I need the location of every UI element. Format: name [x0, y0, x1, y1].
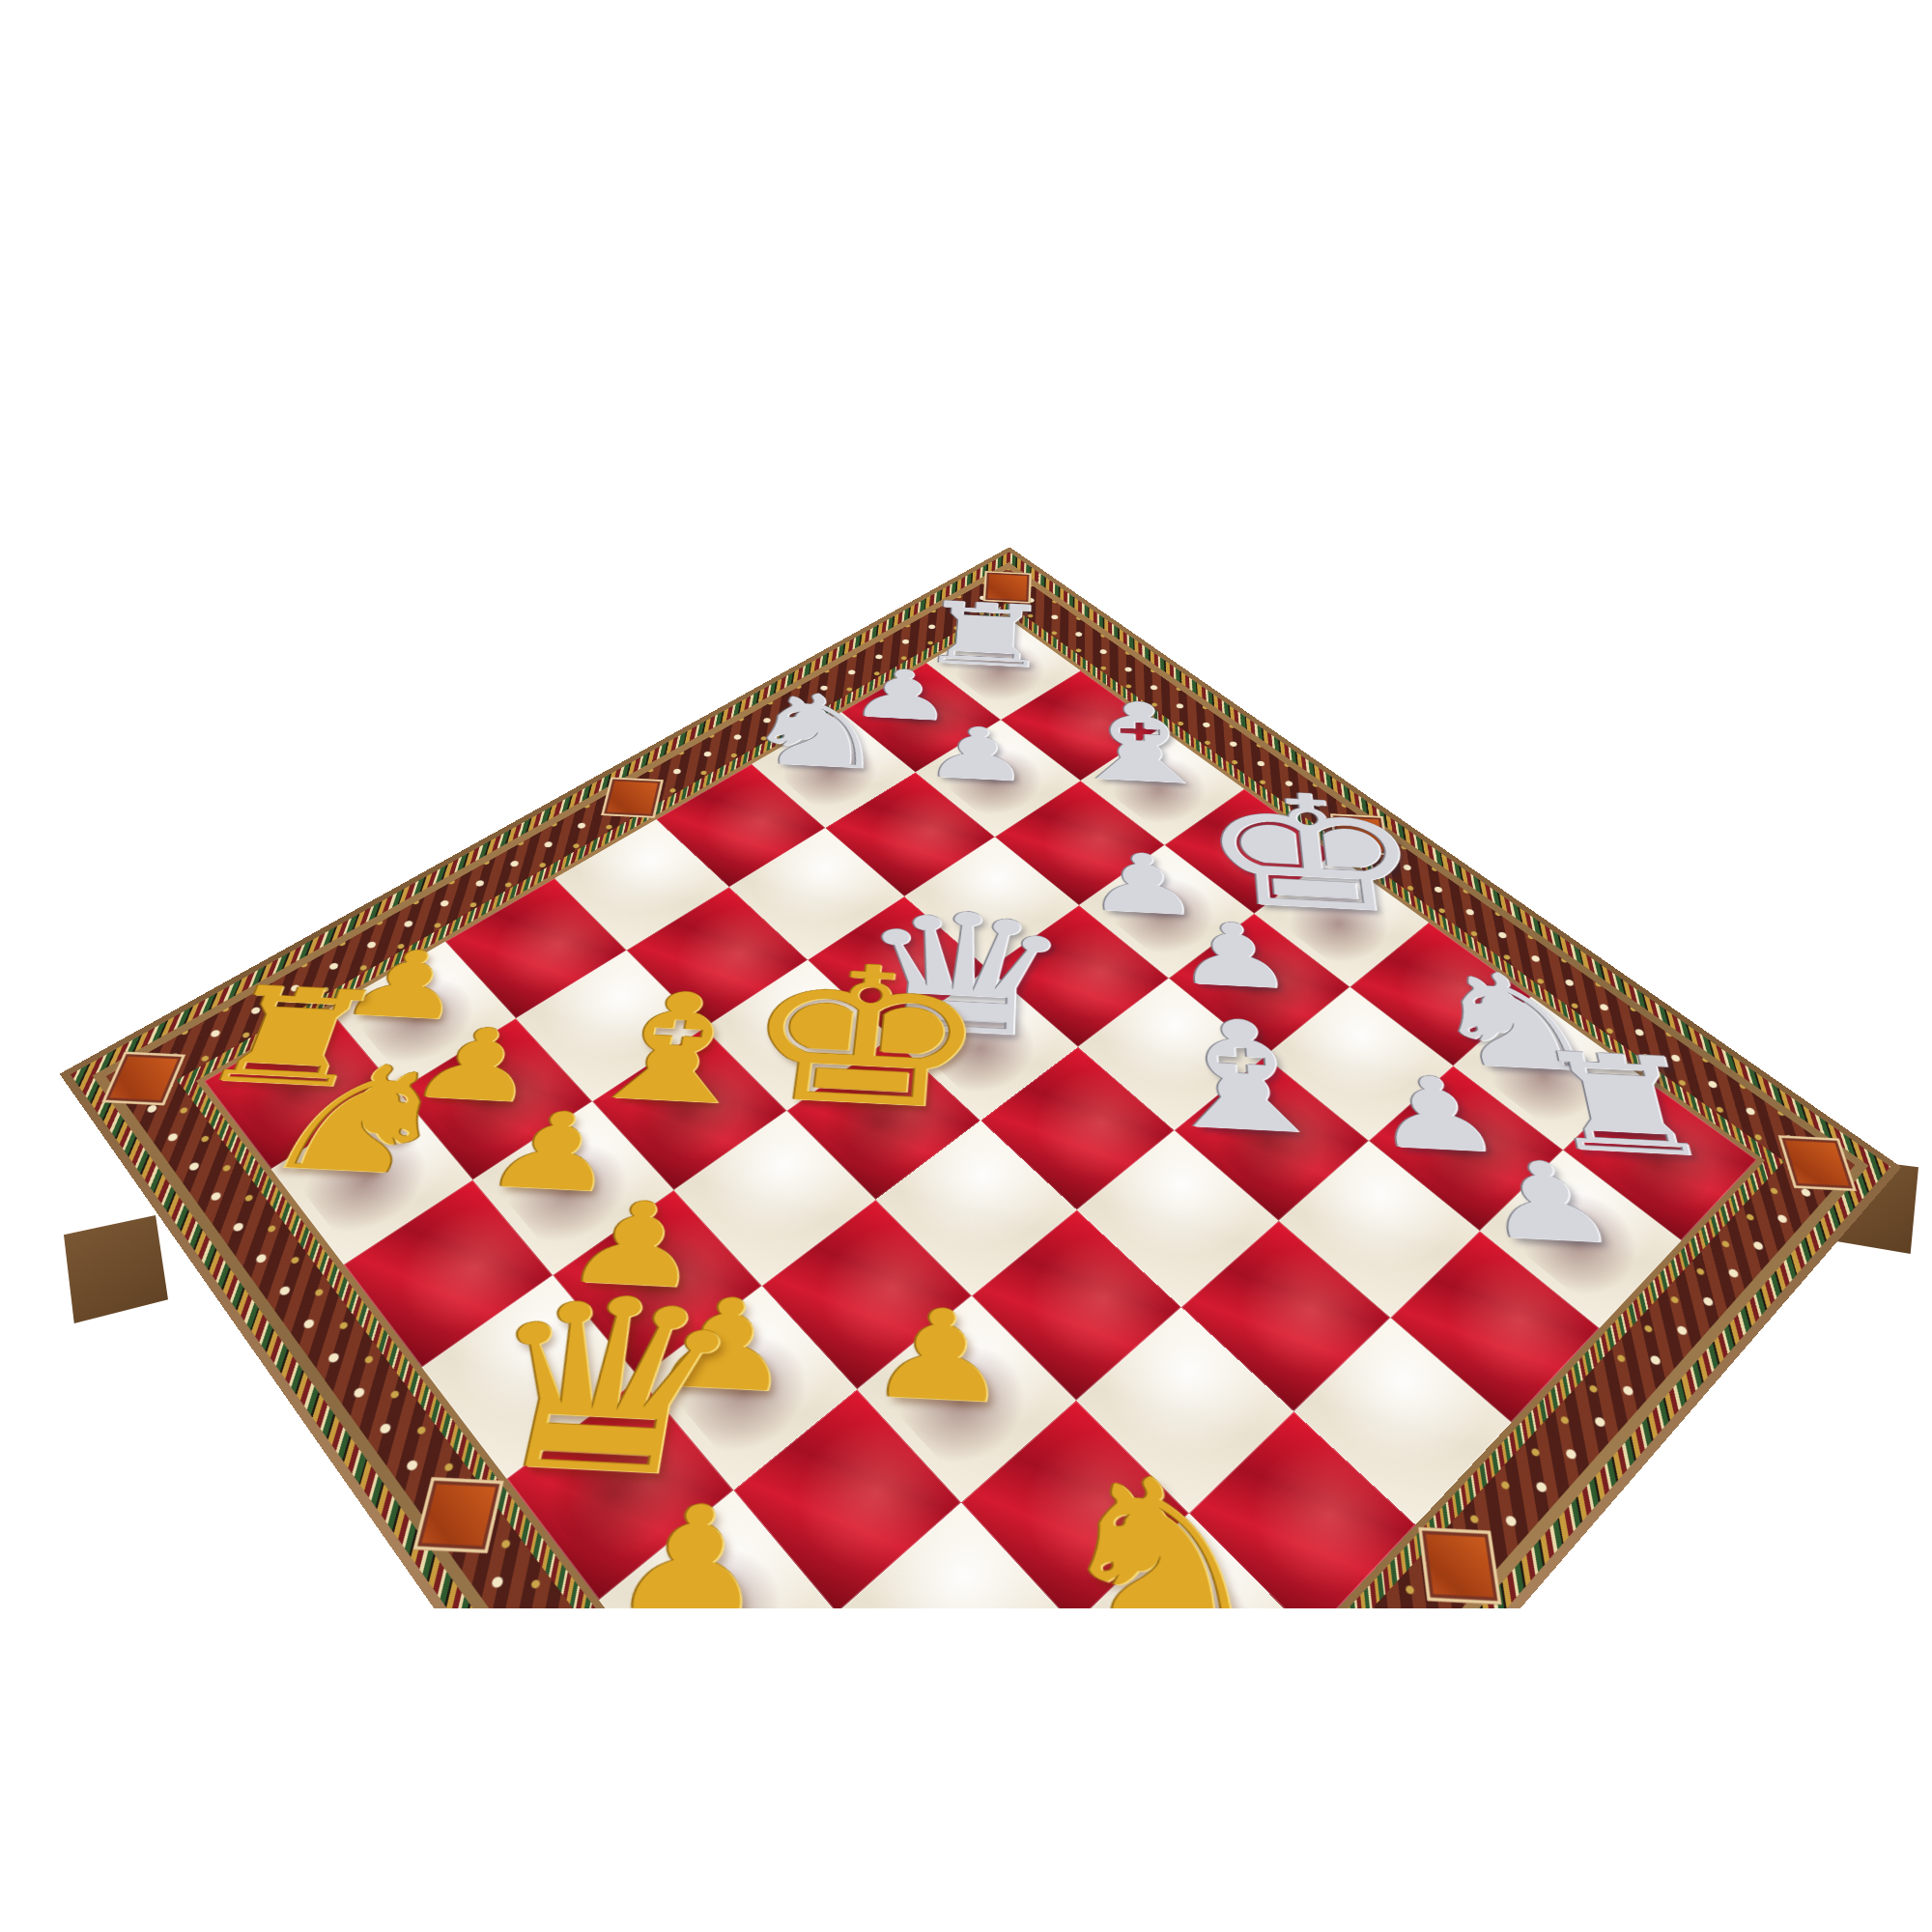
knight-glyph: ♞ [678, 675, 950, 788]
mosaic-diamond-inlay [601, 778, 664, 818]
mosaic-diamond-inlay [1418, 1527, 1501, 1605]
knight-glyph: ♞ [176, 1039, 538, 1204]
white-background-crop [0, 1608, 1932, 1932]
product-photo: ♜♝♚♞♜♟♟♟♟♟♟♞♝♛♚♝♟♞♟♟♟♟♟♟♜♞♛♟ [0, 0, 1932, 1932]
